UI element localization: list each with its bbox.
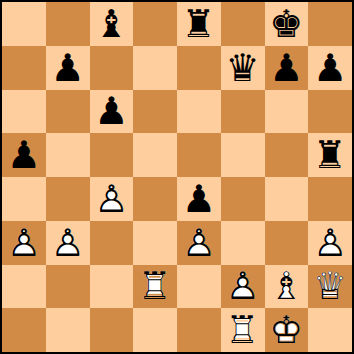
square-h3[interactable]: ♟♙ — [308, 221, 352, 265]
square-e7[interactable] — [177, 46, 221, 90]
square-c3[interactable] — [90, 221, 134, 265]
piece-solid-layer: ♟ — [7, 136, 41, 174]
square-d5[interactable] — [133, 133, 177, 177]
chess-board-frame: ♝♜♚♟♛♟♟♟♟♜♟♙♟♟♙♟♙♟♙♟♙♜♖♟♙♝♗♛♕♜♖♚♔ — [0, 0, 354, 354]
square-c6[interactable]: ♟ — [90, 90, 134, 134]
piece-outline-layer: ♙ — [7, 224, 41, 262]
square-a8[interactable] — [2, 2, 46, 46]
piece-outline-layer: ♙ — [51, 224, 85, 262]
square-h1[interactable] — [308, 308, 352, 352]
piece-solid-layer: ♟ — [313, 49, 347, 87]
square-e6[interactable] — [177, 90, 221, 134]
piece-solid-layer: ♜ — [313, 136, 347, 174]
square-g8[interactable]: ♚ — [265, 2, 309, 46]
square-h5[interactable]: ♜ — [308, 133, 352, 177]
square-d2[interactable]: ♜♖ — [133, 265, 177, 309]
square-c2[interactable] — [90, 265, 134, 309]
piece-outline-layer: ♙ — [226, 267, 260, 305]
piece-white-queen: ♛♕ — [308, 265, 352, 309]
square-g6[interactable] — [265, 90, 309, 134]
piece-black-pawn: ♟ — [265, 46, 309, 90]
square-g1[interactable]: ♚♔ — [265, 308, 309, 352]
piece-outline-layer: ♙ — [182, 224, 216, 262]
square-f4[interactable] — [221, 177, 265, 221]
piece-solid-layer: ♟ — [51, 49, 85, 87]
square-b8[interactable] — [46, 2, 90, 46]
piece-black-pawn: ♟ — [46, 46, 90, 90]
square-f5[interactable] — [221, 133, 265, 177]
piece-outline-layer: ♖ — [226, 311, 260, 349]
piece-white-rook: ♜♖ — [221, 308, 265, 352]
square-h2[interactable]: ♛♕ — [308, 265, 352, 309]
square-f2[interactable]: ♟♙ — [221, 265, 265, 309]
piece-white-pawn: ♟♙ — [177, 221, 221, 265]
piece-white-king: ♚♔ — [265, 308, 309, 352]
square-h6[interactable] — [308, 90, 352, 134]
piece-solid-layer: ♟ — [269, 49, 303, 87]
square-f3[interactable] — [221, 221, 265, 265]
square-d3[interactable] — [133, 221, 177, 265]
square-f1[interactable]: ♜♖ — [221, 308, 265, 352]
square-g2[interactable]: ♝♗ — [265, 265, 309, 309]
square-a3[interactable]: ♟♙ — [2, 221, 46, 265]
piece-outline-layer: ♔ — [269, 311, 303, 349]
square-g5[interactable] — [265, 133, 309, 177]
piece-black-queen: ♛ — [221, 46, 265, 90]
piece-outline-layer: ♖ — [138, 267, 172, 305]
square-b6[interactable] — [46, 90, 90, 134]
piece-white-pawn: ♟♙ — [90, 177, 134, 221]
piece-white-pawn: ♟♙ — [221, 265, 265, 309]
square-f8[interactable] — [221, 2, 265, 46]
square-e1[interactable] — [177, 308, 221, 352]
square-c5[interactable] — [90, 133, 134, 177]
piece-outline-layer: ♙ — [313, 224, 347, 262]
piece-white-pawn: ♟♙ — [2, 221, 46, 265]
square-e4[interactable]: ♟ — [177, 177, 221, 221]
square-f7[interactable]: ♛ — [221, 46, 265, 90]
square-d6[interactable] — [133, 90, 177, 134]
piece-black-king: ♚ — [265, 2, 309, 46]
piece-black-pawn: ♟ — [177, 177, 221, 221]
piece-outline-layer: ♙ — [94, 180, 128, 218]
square-h4[interactable] — [308, 177, 352, 221]
square-b4[interactable] — [46, 177, 90, 221]
square-e8[interactable]: ♜ — [177, 2, 221, 46]
piece-black-pawn: ♟ — [90, 90, 134, 134]
square-c4[interactable]: ♟♙ — [90, 177, 134, 221]
square-a1[interactable] — [2, 308, 46, 352]
square-h7[interactable]: ♟ — [308, 46, 352, 90]
piece-white-pawn: ♟♙ — [46, 221, 90, 265]
square-d8[interactable] — [133, 2, 177, 46]
square-c1[interactable] — [90, 308, 134, 352]
square-e3[interactable]: ♟♙ — [177, 221, 221, 265]
square-d1[interactable] — [133, 308, 177, 352]
piece-white-pawn: ♟♙ — [308, 221, 352, 265]
square-c7[interactable] — [90, 46, 134, 90]
square-e5[interactable] — [177, 133, 221, 177]
piece-black-rook: ♜ — [308, 133, 352, 177]
piece-solid-layer: ♜ — [182, 5, 216, 43]
piece-white-rook: ♜♖ — [133, 265, 177, 309]
piece-outline-layer: ♕ — [313, 267, 347, 305]
piece-solid-layer: ♟ — [182, 180, 216, 218]
square-a7[interactable] — [2, 46, 46, 90]
piece-black-pawn: ♟ — [308, 46, 352, 90]
square-e2[interactable] — [177, 265, 221, 309]
piece-outline-layer: ♗ — [269, 267, 303, 305]
square-b2[interactable] — [46, 265, 90, 309]
chess-board: ♝♜♚♟♛♟♟♟♟♜♟♙♟♟♙♟♙♟♙♟♙♜♖♟♙♝♗♛♕♜♖♚♔ — [2, 2, 352, 352]
piece-solid-layer: ♝ — [94, 5, 128, 43]
square-g7[interactable]: ♟ — [265, 46, 309, 90]
square-d7[interactable] — [133, 46, 177, 90]
square-d4[interactable] — [133, 177, 177, 221]
piece-black-bishop: ♝ — [90, 2, 134, 46]
square-a5[interactable]: ♟ — [2, 133, 46, 177]
square-f6[interactable] — [221, 90, 265, 134]
piece-solid-layer: ♛ — [226, 49, 260, 87]
piece-solid-layer: ♚ — [269, 5, 303, 43]
square-g3[interactable] — [265, 221, 309, 265]
piece-black-pawn: ♟ — [2, 133, 46, 177]
square-a2[interactable] — [2, 265, 46, 309]
square-a4[interactable] — [2, 177, 46, 221]
square-g4[interactable] — [265, 177, 309, 221]
square-b7[interactable]: ♟ — [46, 46, 90, 90]
piece-black-rook: ♜ — [177, 2, 221, 46]
square-c8[interactable]: ♝ — [90, 2, 134, 46]
square-a6[interactable] — [2, 90, 46, 134]
square-h8[interactable] — [308, 2, 352, 46]
square-b5[interactable] — [46, 133, 90, 177]
piece-white-bishop: ♝♗ — [265, 265, 309, 309]
square-b3[interactable]: ♟♙ — [46, 221, 90, 265]
square-b1[interactable] — [46, 308, 90, 352]
piece-solid-layer: ♟ — [94, 92, 128, 130]
